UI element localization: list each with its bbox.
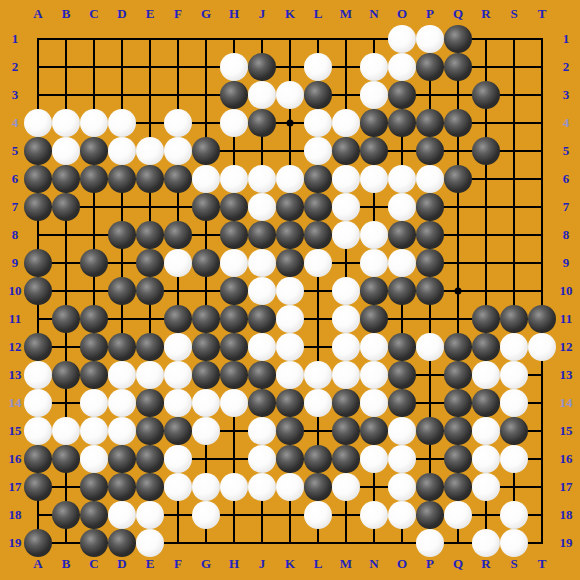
intersection-F15[interactable] [164,417,192,445]
intersection-R13[interactable] [472,361,500,389]
intersection-F16[interactable] [164,445,192,473]
intersection-E11[interactable] [136,305,164,333]
intersection-Q12[interactable] [444,333,472,361]
intersection-L6[interactable] [304,165,332,193]
intersection-Q18[interactable] [444,501,472,529]
intersection-G7[interactable] [192,193,220,221]
intersection-L4[interactable] [304,109,332,137]
intersection-F5[interactable] [164,137,192,165]
intersection-A12[interactable] [24,333,52,361]
intersection-D10[interactable] [108,277,136,305]
intersection-E13[interactable] [136,361,164,389]
intersection-B1[interactable] [52,25,80,53]
intersection-B16[interactable] [52,445,80,473]
intersection-D17[interactable] [108,473,136,501]
intersection-M12[interactable] [332,333,360,361]
intersection-L7[interactable] [304,193,332,221]
intersection-E12[interactable] [136,333,164,361]
intersection-A1[interactable] [24,25,52,53]
intersection-P5[interactable] [416,137,444,165]
intersection-O11[interactable] [388,305,416,333]
intersection-T17[interactable] [528,473,556,501]
intersection-R14[interactable] [472,389,500,417]
intersection-G5[interactable] [192,137,220,165]
intersection-F19[interactable] [164,529,192,557]
intersection-F6[interactable] [164,165,192,193]
intersection-E3[interactable] [136,81,164,109]
intersection-K12[interactable] [276,333,304,361]
intersection-K19[interactable] [276,529,304,557]
intersection-A6[interactable] [24,165,52,193]
intersection-M6[interactable] [332,165,360,193]
intersection-T12[interactable] [528,333,556,361]
intersection-E2[interactable] [136,53,164,81]
intersection-G3[interactable] [192,81,220,109]
intersection-H5[interactable] [220,137,248,165]
intersection-J8[interactable] [248,221,276,249]
intersection-J18[interactable] [248,501,276,529]
intersection-A11[interactable] [24,305,52,333]
intersection-N13[interactable] [360,361,388,389]
intersection-Q9[interactable] [444,249,472,277]
intersection-H16[interactable] [220,445,248,473]
intersection-P11[interactable] [416,305,444,333]
intersection-R12[interactable] [472,333,500,361]
intersection-T4[interactable] [528,109,556,137]
intersection-H12[interactable] [220,333,248,361]
intersection-O3[interactable] [388,81,416,109]
intersection-M5[interactable] [332,137,360,165]
intersection-S19[interactable] [500,529,528,557]
intersection-Q3[interactable] [444,81,472,109]
intersection-O2[interactable] [388,53,416,81]
intersection-T3[interactable] [528,81,556,109]
intersection-D19[interactable] [108,529,136,557]
intersection-G1[interactable] [192,25,220,53]
intersection-N11[interactable] [360,305,388,333]
intersection-O14[interactable] [388,389,416,417]
intersection-H3[interactable] [220,81,248,109]
intersection-M15[interactable] [332,417,360,445]
intersection-H11[interactable] [220,305,248,333]
intersection-R3[interactable] [472,81,500,109]
intersection-O7[interactable] [388,193,416,221]
intersection-A9[interactable] [24,249,52,277]
intersection-L19[interactable] [304,529,332,557]
intersection-C19[interactable] [80,529,108,557]
intersection-C11[interactable] [80,305,108,333]
intersection-E10[interactable] [136,277,164,305]
intersection-D14[interactable] [108,389,136,417]
intersection-N8[interactable] [360,221,388,249]
intersection-C4[interactable] [80,109,108,137]
intersection-J2[interactable] [248,53,276,81]
intersection-T19[interactable] [528,529,556,557]
intersection-H13[interactable] [220,361,248,389]
intersection-T8[interactable] [528,221,556,249]
intersection-A4[interactable] [24,109,52,137]
intersection-H6[interactable] [220,165,248,193]
intersection-L13[interactable] [304,361,332,389]
intersection-O4[interactable] [388,109,416,137]
intersection-B17[interactable] [52,473,80,501]
intersection-Q15[interactable] [444,417,472,445]
intersection-R10[interactable] [472,277,500,305]
intersection-S17[interactable] [500,473,528,501]
intersection-K14[interactable] [276,389,304,417]
intersection-Q2[interactable] [444,53,472,81]
intersection-E16[interactable] [136,445,164,473]
intersection-D12[interactable] [108,333,136,361]
intersection-Q5[interactable] [444,137,472,165]
intersection-F2[interactable] [164,53,192,81]
intersection-R6[interactable] [472,165,500,193]
intersection-T11[interactable] [528,305,556,333]
intersection-K9[interactable] [276,249,304,277]
intersection-L3[interactable] [304,81,332,109]
intersection-S11[interactable] [500,305,528,333]
intersection-S7[interactable] [500,193,528,221]
intersection-S1[interactable] [500,25,528,53]
intersection-N14[interactable] [360,389,388,417]
intersection-J17[interactable] [248,473,276,501]
intersection-C6[interactable] [80,165,108,193]
intersection-A19[interactable] [24,529,52,557]
intersection-L1[interactable] [304,25,332,53]
intersection-J4[interactable] [248,109,276,137]
intersection-S15[interactable] [500,417,528,445]
intersection-M19[interactable] [332,529,360,557]
intersection-M16[interactable] [332,445,360,473]
intersection-D3[interactable] [108,81,136,109]
intersection-C1[interactable] [80,25,108,53]
intersection-K17[interactable] [276,473,304,501]
intersection-C17[interactable] [80,473,108,501]
intersection-F14[interactable] [164,389,192,417]
intersection-O6[interactable] [388,165,416,193]
intersection-G11[interactable] [192,305,220,333]
intersection-K11[interactable] [276,305,304,333]
intersection-S2[interactable] [500,53,528,81]
intersection-E17[interactable] [136,473,164,501]
intersection-C2[interactable] [80,53,108,81]
intersection-J3[interactable] [248,81,276,109]
intersection-E19[interactable] [136,529,164,557]
intersection-N10[interactable] [360,277,388,305]
intersection-B8[interactable] [52,221,80,249]
intersection-C3[interactable] [80,81,108,109]
intersection-R18[interactable] [472,501,500,529]
intersection-L5[interactable] [304,137,332,165]
intersection-D8[interactable] [108,221,136,249]
intersection-Q13[interactable] [444,361,472,389]
intersection-H15[interactable] [220,417,248,445]
intersection-M1[interactable] [332,25,360,53]
intersection-A2[interactable] [24,53,52,81]
intersection-O9[interactable] [388,249,416,277]
intersection-G6[interactable] [192,165,220,193]
intersection-R19[interactable] [472,529,500,557]
intersection-B12[interactable] [52,333,80,361]
intersection-H2[interactable] [220,53,248,81]
intersection-F9[interactable] [164,249,192,277]
intersection-G2[interactable] [192,53,220,81]
intersection-D15[interactable] [108,417,136,445]
intersection-J16[interactable] [248,445,276,473]
intersection-E5[interactable] [136,137,164,165]
intersection-T10[interactable] [528,277,556,305]
intersection-R7[interactable] [472,193,500,221]
intersection-F7[interactable] [164,193,192,221]
intersection-L15[interactable] [304,417,332,445]
intersection-B13[interactable] [52,361,80,389]
intersection-K2[interactable] [276,53,304,81]
intersection-T16[interactable] [528,445,556,473]
intersection-D1[interactable] [108,25,136,53]
intersection-T7[interactable] [528,193,556,221]
intersection-B6[interactable] [52,165,80,193]
intersection-N5[interactable] [360,137,388,165]
intersection-D6[interactable] [108,165,136,193]
intersection-T1[interactable] [528,25,556,53]
intersection-O5[interactable] [388,137,416,165]
intersection-R1[interactable] [472,25,500,53]
intersection-G9[interactable] [192,249,220,277]
intersection-J14[interactable] [248,389,276,417]
intersection-D4[interactable] [108,109,136,137]
intersection-F8[interactable] [164,221,192,249]
intersection-L16[interactable] [304,445,332,473]
intersection-R15[interactable] [472,417,500,445]
intersection-Q1[interactable] [444,25,472,53]
intersection-H7[interactable] [220,193,248,221]
intersection-P13[interactable] [416,361,444,389]
intersection-F12[interactable] [164,333,192,361]
intersection-L10[interactable] [304,277,332,305]
intersection-M18[interactable] [332,501,360,529]
intersection-T13[interactable] [528,361,556,389]
intersection-L9[interactable] [304,249,332,277]
intersection-C16[interactable] [80,445,108,473]
intersection-J9[interactable] [248,249,276,277]
intersection-M13[interactable] [332,361,360,389]
intersection-G4[interactable] [192,109,220,137]
intersection-L14[interactable] [304,389,332,417]
intersection-C13[interactable] [80,361,108,389]
intersection-P1[interactable] [416,25,444,53]
intersection-K18[interactable] [276,501,304,529]
intersection-A10[interactable] [24,277,52,305]
intersection-K5[interactable] [276,137,304,165]
intersection-M8[interactable] [332,221,360,249]
intersection-Q14[interactable] [444,389,472,417]
intersection-S10[interactable] [500,277,528,305]
intersection-F17[interactable] [164,473,192,501]
intersection-L12[interactable] [304,333,332,361]
intersection-M9[interactable] [332,249,360,277]
intersection-B3[interactable] [52,81,80,109]
intersection-P2[interactable] [416,53,444,81]
intersection-C14[interactable] [80,389,108,417]
intersection-J5[interactable] [248,137,276,165]
intersection-N12[interactable] [360,333,388,361]
intersection-Q6[interactable] [444,165,472,193]
intersection-N9[interactable] [360,249,388,277]
intersection-B4[interactable] [52,109,80,137]
intersection-O8[interactable] [388,221,416,249]
intersection-M11[interactable] [332,305,360,333]
intersection-J6[interactable] [248,165,276,193]
intersection-E7[interactable] [136,193,164,221]
intersection-N16[interactable] [360,445,388,473]
intersection-S16[interactable] [500,445,528,473]
intersection-M3[interactable] [332,81,360,109]
intersection-B9[interactable] [52,249,80,277]
intersection-B14[interactable] [52,389,80,417]
intersection-D7[interactable] [108,193,136,221]
intersection-O18[interactable] [388,501,416,529]
intersection-S18[interactable] [500,501,528,529]
intersection-M10[interactable] [332,277,360,305]
intersection-A18[interactable] [24,501,52,529]
intersection-O16[interactable] [388,445,416,473]
intersection-N3[interactable] [360,81,388,109]
intersection-N18[interactable] [360,501,388,529]
intersection-R17[interactable] [472,473,500,501]
intersection-O17[interactable] [388,473,416,501]
intersection-J15[interactable] [248,417,276,445]
intersection-B11[interactable] [52,305,80,333]
intersection-S5[interactable] [500,137,528,165]
intersection-G18[interactable] [192,501,220,529]
intersection-D18[interactable] [108,501,136,529]
intersection-H4[interactable] [220,109,248,137]
intersection-E15[interactable] [136,417,164,445]
intersection-P4[interactable] [416,109,444,137]
intersection-G8[interactable] [192,221,220,249]
intersection-C8[interactable] [80,221,108,249]
intersection-N19[interactable] [360,529,388,557]
intersection-G12[interactable] [192,333,220,361]
intersection-E6[interactable] [136,165,164,193]
intersection-G15[interactable] [192,417,220,445]
intersection-Q17[interactable] [444,473,472,501]
intersection-Q11[interactable] [444,305,472,333]
intersection-M2[interactable] [332,53,360,81]
intersection-P19[interactable] [416,529,444,557]
intersection-S4[interactable] [500,109,528,137]
intersection-N15[interactable] [360,417,388,445]
intersection-F3[interactable] [164,81,192,109]
intersection-C18[interactable] [80,501,108,529]
intersection-C7[interactable] [80,193,108,221]
intersection-J1[interactable] [248,25,276,53]
intersection-K6[interactable] [276,165,304,193]
intersection-S9[interactable] [500,249,528,277]
intersection-H10[interactable] [220,277,248,305]
intersection-T9[interactable] [528,249,556,277]
intersection-D11[interactable] [108,305,136,333]
intersection-B15[interactable] [52,417,80,445]
intersection-J12[interactable] [248,333,276,361]
intersection-Q16[interactable] [444,445,472,473]
intersection-E1[interactable] [136,25,164,53]
intersection-P12[interactable] [416,333,444,361]
intersection-G10[interactable] [192,277,220,305]
intersection-O12[interactable] [388,333,416,361]
intersection-S6[interactable] [500,165,528,193]
intersection-A16[interactable] [24,445,52,473]
intersection-A14[interactable] [24,389,52,417]
intersection-P16[interactable] [416,445,444,473]
intersection-Q19[interactable] [444,529,472,557]
intersection-P17[interactable] [416,473,444,501]
intersection-A15[interactable] [24,417,52,445]
intersection-Q4[interactable] [444,109,472,137]
intersection-S13[interactable] [500,361,528,389]
intersection-M7[interactable] [332,193,360,221]
intersection-T14[interactable] [528,389,556,417]
intersection-N7[interactable] [360,193,388,221]
intersection-B10[interactable] [52,277,80,305]
intersection-P14[interactable] [416,389,444,417]
intersection-P18[interactable] [416,501,444,529]
intersection-J10[interactable] [248,277,276,305]
intersection-A5[interactable] [24,137,52,165]
intersection-B2[interactable] [52,53,80,81]
intersection-P7[interactable] [416,193,444,221]
intersection-Q8[interactable] [444,221,472,249]
intersection-D9[interactable] [108,249,136,277]
intersection-R16[interactable] [472,445,500,473]
intersection-T2[interactable] [528,53,556,81]
intersection-E14[interactable] [136,389,164,417]
intersection-R11[interactable] [472,305,500,333]
intersection-O19[interactable] [388,529,416,557]
intersection-P15[interactable] [416,417,444,445]
intersection-L17[interactable] [304,473,332,501]
intersection-P9[interactable] [416,249,444,277]
intersection-C9[interactable] [80,249,108,277]
intersection-M4[interactable] [332,109,360,137]
intersection-D13[interactable] [108,361,136,389]
intersection-S12[interactable] [500,333,528,361]
intersection-T18[interactable] [528,501,556,529]
intersection-J11[interactable] [248,305,276,333]
intersection-H1[interactable] [220,25,248,53]
intersection-K15[interactable] [276,417,304,445]
intersection-K1[interactable] [276,25,304,53]
intersection-J19[interactable] [248,529,276,557]
intersection-N17[interactable] [360,473,388,501]
intersection-A17[interactable] [24,473,52,501]
intersection-E4[interactable] [136,109,164,137]
intersection-H9[interactable] [220,249,248,277]
intersection-H19[interactable] [220,529,248,557]
intersection-B18[interactable] [52,501,80,529]
intersection-G13[interactable] [192,361,220,389]
intersection-A3[interactable] [24,81,52,109]
intersection-Q10[interactable] [444,277,472,305]
intersection-K3[interactable] [276,81,304,109]
intersection-N4[interactable] [360,109,388,137]
intersection-F10[interactable] [164,277,192,305]
intersection-O1[interactable] [388,25,416,53]
intersection-T5[interactable] [528,137,556,165]
intersection-B7[interactable] [52,193,80,221]
intersection-G16[interactable] [192,445,220,473]
intersection-C12[interactable] [80,333,108,361]
